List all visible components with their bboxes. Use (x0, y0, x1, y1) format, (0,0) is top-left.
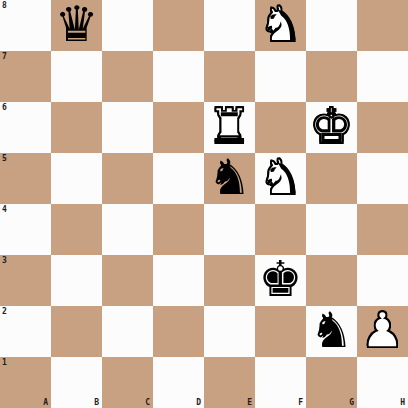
square-a1[interactable]: 1A (0, 357, 51, 408)
rank-label-6: 6 (2, 104, 7, 112)
rank-label-7: 7 (2, 53, 7, 61)
square-c3[interactable] (102, 255, 153, 306)
square-g4[interactable] (306, 204, 357, 255)
square-a4[interactable]: 4 (0, 204, 51, 255)
rank-label-8: 8 (2, 2, 7, 10)
square-c1[interactable]: C (102, 357, 153, 408)
square-h1[interactable]: H (357, 357, 408, 408)
square-h2[interactable]: ♟ (357, 306, 408, 357)
square-b8[interactable]: ♛ (51, 0, 102, 51)
square-b1[interactable]: B (51, 357, 102, 408)
square-b7[interactable] (51, 51, 102, 102)
file-label-c: C (145, 399, 150, 407)
piece-white-knight[interactable]: ♞ (259, 0, 303, 50)
square-a3[interactable]: 3 (0, 255, 51, 306)
square-c8[interactable] (102, 0, 153, 51)
square-a2[interactable]: 2 (0, 306, 51, 357)
square-h7[interactable] (357, 51, 408, 102)
square-c2[interactable] (102, 306, 153, 357)
square-d8[interactable] (153, 0, 204, 51)
square-g5[interactable] (306, 153, 357, 204)
piece-black-knight[interactable]: ♞ (310, 305, 354, 356)
square-f4[interactable] (255, 204, 306, 255)
square-h5[interactable] (357, 153, 408, 204)
file-label-h: H (400, 399, 405, 407)
square-e7[interactable] (204, 51, 255, 102)
piece-white-knight[interactable]: ♞ (259, 152, 303, 203)
square-h4[interactable] (357, 204, 408, 255)
piece-black-king[interactable]: ♚ (259, 254, 303, 305)
square-g2[interactable]: ♞ (306, 306, 357, 357)
square-d3[interactable] (153, 255, 204, 306)
square-e4[interactable] (204, 204, 255, 255)
square-a6[interactable]: 6 (0, 102, 51, 153)
square-g6[interactable]: ♚ (306, 102, 357, 153)
file-label-f: F (298, 399, 303, 407)
rank-label-1: 1 (2, 359, 7, 367)
square-g1[interactable]: G (306, 357, 357, 408)
square-d7[interactable] (153, 51, 204, 102)
square-d4[interactable] (153, 204, 204, 255)
square-f6[interactable] (255, 102, 306, 153)
square-f5[interactable]: ♞ (255, 153, 306, 204)
square-a8[interactable]: 8 (0, 0, 51, 51)
piece-black-queen[interactable]: ♛ (55, 0, 99, 50)
square-f1[interactable]: F (255, 357, 306, 408)
rank-label-2: 2 (2, 308, 7, 316)
square-e6[interactable]: ♜ (204, 102, 255, 153)
square-g8[interactable] (306, 0, 357, 51)
square-f7[interactable] (255, 51, 306, 102)
rank-label-4: 4 (2, 206, 7, 214)
square-f2[interactable] (255, 306, 306, 357)
square-b4[interactable] (51, 204, 102, 255)
file-label-d: D (196, 399, 201, 407)
square-d1[interactable]: D (153, 357, 204, 408)
square-e2[interactable] (204, 306, 255, 357)
file-label-e: E (247, 399, 252, 407)
square-h8[interactable] (357, 0, 408, 51)
square-h3[interactable] (357, 255, 408, 306)
square-b6[interactable] (51, 102, 102, 153)
square-f8[interactable]: ♞ (255, 0, 306, 51)
square-c4[interactable] (102, 204, 153, 255)
square-g3[interactable] (306, 255, 357, 306)
square-c6[interactable] (102, 102, 153, 153)
file-label-a: A (43, 399, 48, 407)
square-e3[interactable] (204, 255, 255, 306)
square-a7[interactable]: 7 (0, 51, 51, 102)
square-a5[interactable]: 5 (0, 153, 51, 204)
square-e1[interactable]: E (204, 357, 255, 408)
square-b3[interactable] (51, 255, 102, 306)
piece-white-pawn[interactable]: ♟ (361, 305, 405, 356)
rank-label-5: 5 (2, 155, 7, 163)
piece-white-king[interactable]: ♚ (310, 101, 354, 152)
piece-black-knight[interactable]: ♞ (208, 152, 252, 203)
chess-board: 8♛♞76♜♚5♞♞43♚2♞♟1ABCDEFGH (0, 0, 408, 408)
square-e8[interactable] (204, 0, 255, 51)
square-d2[interactable] (153, 306, 204, 357)
file-label-b: B (94, 399, 99, 407)
square-f3[interactable]: ♚ (255, 255, 306, 306)
square-c7[interactable] (102, 51, 153, 102)
square-e5[interactable]: ♞ (204, 153, 255, 204)
square-h6[interactable] (357, 102, 408, 153)
rank-label-3: 3 (2, 257, 7, 265)
file-label-g: G (349, 399, 354, 407)
square-c5[interactable] (102, 153, 153, 204)
square-d5[interactable] (153, 153, 204, 204)
square-g7[interactable] (306, 51, 357, 102)
piece-white-rook[interactable]: ♜ (208, 101, 252, 152)
square-b5[interactable] (51, 153, 102, 204)
square-d6[interactable] (153, 102, 204, 153)
square-b2[interactable] (51, 306, 102, 357)
